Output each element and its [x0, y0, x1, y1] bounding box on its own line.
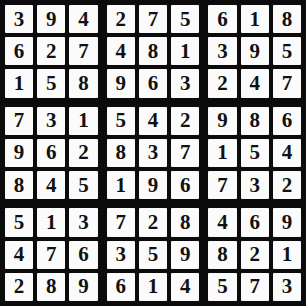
cell-r9c4[interactable]: 6	[107, 273, 135, 301]
cell-r1c7[interactable]: 6	[208, 5, 236, 33]
cell-r2c1[interactable]: 6	[5, 37, 33, 65]
cell-r8c7[interactable]: 8	[208, 241, 236, 269]
cell-r1c6[interactable]: 5	[171, 5, 199, 33]
box-2-2: 542837196	[107, 107, 200, 200]
cell-r3c5[interactable]: 6	[139, 69, 167, 97]
cell-r7c8[interactable]: 6	[241, 208, 269, 236]
cell-r4c6[interactable]: 2	[171, 107, 199, 135]
cell-r6c3[interactable]: 5	[69, 171, 97, 199]
cell-r2c4[interactable]: 4	[107, 37, 135, 65]
cell-r3c2[interactable]: 5	[37, 69, 65, 97]
cell-r2c6[interactable]: 1	[171, 37, 199, 65]
cell-r3c6[interactable]: 3	[171, 69, 199, 97]
cell-r6c4[interactable]: 1	[107, 171, 135, 199]
cell-r5c6[interactable]: 7	[171, 139, 199, 167]
cell-r7c5[interactable]: 2	[139, 208, 167, 236]
cell-r3c1[interactable]: 1	[5, 69, 33, 97]
cell-r3c9[interactable]: 7	[273, 69, 301, 97]
cell-r1c9[interactable]: 8	[273, 5, 301, 33]
cell-r4c9[interactable]: 6	[273, 107, 301, 135]
cell-r8c9[interactable]: 1	[273, 241, 301, 269]
cell-r2c2[interactable]: 2	[37, 37, 65, 65]
cell-r1c5[interactable]: 7	[139, 5, 167, 33]
cell-r3c8[interactable]: 4	[241, 69, 269, 97]
cell-r3c4[interactable]: 9	[107, 69, 135, 97]
cell-r4c5[interactable]: 4	[139, 107, 167, 135]
cell-r6c1[interactable]: 8	[5, 171, 33, 199]
box-1-2: 275481963	[107, 5, 200, 98]
cell-r6c9[interactable]: 2	[273, 171, 301, 199]
cell-r8c4[interactable]: 3	[107, 241, 135, 269]
cell-r1c8[interactable]: 1	[241, 5, 269, 33]
cell-r7c9[interactable]: 9	[273, 208, 301, 236]
cell-r3c7[interactable]: 2	[208, 69, 236, 97]
box-2-1: 731962845	[5, 107, 98, 200]
cell-r9c6[interactable]: 4	[171, 273, 199, 301]
cell-r1c1[interactable]: 3	[5, 5, 33, 33]
cell-r5c2[interactable]: 6	[37, 139, 65, 167]
box-3-3: 469821573	[208, 208, 301, 301]
cell-r8c8[interactable]: 2	[241, 241, 269, 269]
sudoku-board: 3946271582754819636183952477319628455428…	[0, 0, 306, 306]
cell-r5c1[interactable]: 9	[5, 139, 33, 167]
cell-r7c1[interactable]: 5	[5, 208, 33, 236]
cell-r9c9[interactable]: 3	[273, 273, 301, 301]
cell-r6c6[interactable]: 6	[171, 171, 199, 199]
cell-r2c8[interactable]: 9	[241, 37, 269, 65]
cell-r2c5[interactable]: 8	[139, 37, 167, 65]
cell-r9c3[interactable]: 9	[69, 273, 97, 301]
cell-r6c8[interactable]: 3	[241, 171, 269, 199]
cell-r1c2[interactable]: 9	[37, 5, 65, 33]
cell-r9c8[interactable]: 7	[241, 273, 269, 301]
cell-r6c5[interactable]: 9	[139, 171, 167, 199]
cell-r5c7[interactable]: 1	[208, 139, 236, 167]
cell-r4c8[interactable]: 8	[241, 107, 269, 135]
cell-r2c7[interactable]: 3	[208, 37, 236, 65]
cell-r7c2[interactable]: 1	[37, 208, 65, 236]
cell-r4c4[interactable]: 5	[107, 107, 135, 135]
cell-r5c5[interactable]: 3	[139, 139, 167, 167]
cell-r6c2[interactable]: 4	[37, 171, 65, 199]
cell-r8c1[interactable]: 4	[5, 241, 33, 269]
box-1-1: 394627158	[5, 5, 98, 98]
cell-r5c3[interactable]: 2	[69, 139, 97, 167]
cell-r9c1[interactable]: 2	[5, 273, 33, 301]
cell-r1c4[interactable]: 2	[107, 5, 135, 33]
cell-r4c7[interactable]: 9	[208, 107, 236, 135]
cell-r4c2[interactable]: 3	[37, 107, 65, 135]
cell-r9c7[interactable]: 5	[208, 273, 236, 301]
cell-r7c7[interactable]: 4	[208, 208, 236, 236]
cell-r8c2[interactable]: 7	[37, 241, 65, 269]
cell-r6c7[interactable]: 7	[208, 171, 236, 199]
cell-r9c2[interactable]: 8	[37, 273, 65, 301]
cell-r4c1[interactable]: 7	[5, 107, 33, 135]
cell-r9c5[interactable]: 1	[139, 273, 167, 301]
cell-r5c8[interactable]: 5	[241, 139, 269, 167]
cell-r1c3[interactable]: 4	[69, 5, 97, 33]
cell-r8c3[interactable]: 6	[69, 241, 97, 269]
cell-r4c3[interactable]: 1	[69, 107, 97, 135]
box-3-1: 513476289	[5, 208, 98, 301]
cell-r2c9[interactable]: 5	[273, 37, 301, 65]
cell-r8c6[interactable]: 9	[171, 241, 199, 269]
box-1-3: 618395247	[208, 5, 301, 98]
cell-r7c4[interactable]: 7	[107, 208, 135, 236]
cell-r8c5[interactable]: 5	[139, 241, 167, 269]
cell-r7c6[interactable]: 8	[171, 208, 199, 236]
box-2-3: 986154732	[208, 107, 301, 200]
cell-r2c3[interactable]: 7	[69, 37, 97, 65]
cell-r5c4[interactable]: 8	[107, 139, 135, 167]
cell-r7c3[interactable]: 3	[69, 208, 97, 236]
cell-r3c3[interactable]: 8	[69, 69, 97, 97]
cell-r5c9[interactable]: 4	[273, 139, 301, 167]
box-3-2: 728359614	[107, 208, 200, 301]
